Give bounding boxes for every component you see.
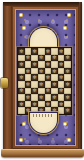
board-cell [38, 61, 45, 68]
board-cell: ✻ [45, 61, 52, 68]
inlay-star-icon [62, 121, 68, 127]
board-cell: ✻ [45, 88, 52, 95]
inlay-flower-icon: ✻ [66, 55, 70, 60]
board-cell [51, 74, 58, 81]
board-cell [31, 68, 38, 75]
board-cell: ✻ [31, 48, 38, 55]
board-cell [51, 61, 58, 68]
inlay-star-icon [18, 137, 24, 143]
board-cell: ✻ [18, 74, 25, 81]
inlay-flower-icon: ✻ [46, 75, 50, 80]
inlay-flower-icon: ✻ [39, 82, 43, 87]
board-cell [38, 88, 45, 95]
inlay-flower-icon: ✻ [32, 75, 36, 80]
inlay-flower-icon: ✻ [26, 82, 30, 87]
board-cell [45, 68, 52, 75]
board-cell [38, 101, 45, 108]
board-cell: ✻ [51, 94, 58, 101]
board-cell [58, 94, 65, 101]
board-cell: ✻ [25, 55, 32, 62]
inlay-flower-icon: ✻ [39, 95, 43, 100]
board-cell: ✻ [64, 55, 71, 62]
inlay-flower-icon: ✻ [66, 82, 70, 87]
base-rail [1, 149, 84, 157]
case-right-edge [79, 2, 82, 157]
board-cell: ✻ [25, 94, 32, 101]
inlay-flower-icon: ✻ [59, 49, 63, 54]
board-cell: ✻ [64, 94, 71, 101]
board-cell [58, 107, 65, 114]
board-cell: ✻ [38, 81, 45, 88]
board-cell [38, 74, 45, 81]
inlay-star-icon [21, 121, 27, 127]
board-cell [18, 81, 25, 88]
brass-latch-icon [1, 78, 8, 88]
inlay-flower-icon: ✻ [32, 62, 36, 67]
board-cell: ✻ [58, 61, 65, 68]
inlay-flower-icon: ✻ [46, 88, 50, 93]
board-cell [51, 88, 58, 95]
backgammon-case: ✻✻✻✻✻✻✻✻✻✻✻✻✻✻✻✻✻✻✻✻✻✻✻✻✻✻✻✻✻✻✻✻✻✻✻✻✻✻✻✻ [3, 2, 82, 157]
board-cell: ✻ [45, 74, 52, 81]
inlay-star-icon [66, 137, 72, 143]
board-cell [45, 81, 52, 88]
inlay-star-icon [62, 25, 68, 31]
board-cell: ✻ [18, 48, 25, 55]
board-cell: ✻ [25, 68, 32, 75]
board-cell [58, 81, 65, 88]
inlay-star-icon [66, 12, 72, 18]
inlay-flower-icon: ✻ [59, 75, 63, 80]
board-cell [25, 74, 32, 81]
board-cell: ✻ [38, 68, 45, 75]
board-cell [18, 107, 25, 114]
board-cell [25, 88, 32, 95]
inlay-flower-icon: ✻ [46, 49, 50, 54]
board-cell [64, 74, 71, 81]
inlay-flower-icon: ✻ [26, 95, 30, 100]
board-cell [18, 55, 25, 62]
board-cell: ✻ [18, 101, 25, 108]
board-cell [18, 68, 25, 75]
inlay-flower-icon: ✻ [32, 49, 36, 54]
board-cell [25, 101, 32, 108]
board-cell: ✻ [31, 88, 38, 95]
inlay-flower-icon: ✻ [66, 95, 70, 100]
front-face-frame: ✻✻✻✻✻✻✻✻✻✻✻✻✻✻✻✻✻✻✻✻✻✻✻✻✻✻✻✻✻✻✻✻✻✻✻✻✻✻✻✻ [12, 6, 79, 149]
board-cell: ✻ [25, 81, 32, 88]
inlay-flower-icon: ✻ [59, 88, 63, 93]
inlay-flower-icon: ✻ [59, 102, 63, 107]
board-cell [18, 94, 25, 101]
inlay-flower-icon: ✻ [32, 102, 36, 107]
board-cell [31, 55, 38, 62]
inlay-flower-icon: ✻ [52, 69, 56, 74]
board-cell: ✻ [51, 81, 58, 88]
inlay-star-icon [18, 12, 24, 18]
board-cell: ✻ [31, 61, 38, 68]
board-cell [31, 81, 38, 88]
inlay-flower-icon: ✻ [46, 102, 50, 107]
inlay-flower-icon: ✻ [19, 49, 23, 54]
inlay-flower-icon: ✻ [39, 69, 43, 74]
board-cell: ✻ [38, 94, 45, 101]
board-cell: ✻ [64, 81, 71, 88]
board-cell: ✻ [18, 88, 25, 95]
board-cell: ✻ [64, 107, 71, 114]
board-cell [51, 48, 58, 55]
chessboard: ✻✻✻✻✻✻✻✻✻✻✻✻✻✻✻✻✻✻✻✻✻✻✻✻✻✻✻✻✻✻✻✻✻✻✻✻✻✻✻✻ [17, 47, 72, 115]
board-cell [64, 48, 71, 55]
case-hinge-side-panel [3, 6, 12, 149]
board-cell: ✻ [58, 74, 65, 81]
board-cell: ✻ [51, 55, 58, 62]
board-cell: ✻ [58, 101, 65, 108]
board-cell [31, 94, 38, 101]
board-cell [25, 48, 32, 55]
photo-backdrop: ✻✻✻✻✻✻✻✻✻✻✻✻✻✻✻✻✻✻✻✻✻✻✻✻✻✻✻✻✻✻✻✻✻✻✻✻✻✻✻✻ [0, 0, 84, 160]
inlay-flower-icon: ✻ [46, 62, 50, 67]
board-cell [38, 48, 45, 55]
ivory-dome-medallion [30, 113, 57, 133]
board-cell: ✻ [31, 74, 38, 81]
inlay-flower-icon: ✻ [66, 108, 70, 113]
board-cell: ✻ [45, 101, 52, 108]
board-cell: ✻ [58, 88, 65, 95]
board-cell [45, 94, 52, 101]
inlay-flower-icon: ✻ [19, 62, 23, 67]
inlay-flower-icon: ✻ [19, 88, 23, 93]
board-cell [25, 61, 32, 68]
inlay-flower-icon: ✻ [39, 55, 43, 60]
board-cell [51, 101, 58, 108]
board-cell [58, 55, 65, 62]
inlay-flower-icon: ✻ [66, 69, 70, 74]
inlay-flower-icon: ✻ [19, 75, 23, 80]
board-cell: ✻ [64, 68, 71, 75]
board-cell [45, 55, 52, 62]
board-cell: ✻ [31, 101, 38, 108]
board-cell [64, 101, 71, 108]
board-cell: ✻ [38, 55, 45, 62]
inlay-flower-icon: ✻ [52, 55, 56, 60]
inlay-flower-icon: ✻ [52, 95, 56, 100]
inlay-flower-icon: ✻ [59, 62, 63, 67]
inlay-flower-icon: ✻ [52, 82, 56, 87]
khatam-ornament-field: ✻✻✻✻✻✻✻✻✻✻✻✻✻✻✻✻✻✻✻✻✻✻✻✻✻✻✻✻✻✻✻✻✻✻✻✻✻✻✻✻ [15, 9, 76, 146]
board-cell: ✻ [18, 61, 25, 68]
board-cell: ✻ [51, 68, 58, 75]
inlay-star-icon [21, 25, 27, 31]
board-cell: ✻ [58, 48, 65, 55]
inlay-flower-icon: ✻ [32, 88, 36, 93]
ivory-arch-medallion [30, 28, 57, 47]
inlay-flower-icon: ✻ [19, 102, 23, 107]
board-cell [58, 68, 65, 75]
board-cell [64, 88, 71, 95]
board-cell: ✻ [45, 48, 52, 55]
inlay-flower-icon: ✻ [26, 55, 30, 60]
inlay-flower-icon: ✻ [26, 69, 30, 74]
board-cell [64, 61, 71, 68]
